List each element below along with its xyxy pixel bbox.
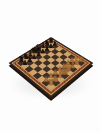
- product-photo-stage: ♜♟♟♜♞♟♟♞♝♟♟♝♛♟♟♛♚♟♟♚♝♟♟♝♞♟♟♞♜♟♟♜: [0, 0, 100, 133]
- chess-piece-bP: ♟: [19, 60, 31, 67]
- board-square-r5c3: [38, 63, 47, 69]
- chess-piece-wR: ♜: [44, 79, 57, 87]
- board-square-r7c7: ♜: [46, 83, 55, 90]
